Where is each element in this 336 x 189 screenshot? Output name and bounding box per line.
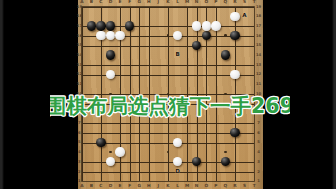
intersection-E4 <box>115 147 125 157</box>
black-stone-F17 <box>125 21 134 30</box>
white-stone-D3 <box>106 157 115 166</box>
intersection-D14 <box>106 50 116 60</box>
coordinate-number-16: 16 <box>256 34 261 38</box>
coordinate-letter-Q: Q <box>224 0 228 4</box>
coordinate-number-19: 19 <box>77 5 82 9</box>
coordinate-number-11: 11 <box>77 82 82 86</box>
go-board: ABD AABBCCDDEEFFGGHHJJKKLLMMNNOOPPQQRRSS… <box>78 0 263 189</box>
coordinate-letter-Q: Q <box>224 183 228 187</box>
intersection-E16 <box>115 31 125 41</box>
intersection-C5 <box>96 138 106 148</box>
coordinate-letter-E: E <box>119 0 122 4</box>
black-stone-C17 <box>96 21 105 30</box>
coordinate-letter-R: R <box>233 0 236 4</box>
intersection-R18 <box>230 11 240 21</box>
intersection-L14: B <box>173 50 183 60</box>
intersection-L16 <box>173 31 183 41</box>
coordinate-number-13: 13 <box>77 63 82 67</box>
white-stone-L3 <box>173 157 182 166</box>
coordinate-number-5: 5 <box>78 140 81 144</box>
coordinate-letter-S: S <box>243 183 246 187</box>
coordinate-number-10: 10 <box>77 92 82 96</box>
intersection-O16 <box>201 31 211 41</box>
coordinate-letter-D: D <box>109 183 113 187</box>
intersection-L3 <box>173 157 183 167</box>
intersection-L2: D <box>173 167 183 177</box>
coordinate-number-11: 11 <box>256 82 261 86</box>
intersection-R12 <box>230 70 240 80</box>
white-stone-E4 <box>115 147 124 156</box>
coordinate-letter-O: O <box>204 0 208 4</box>
coordinate-number-14: 14 <box>77 53 82 57</box>
coordinate-letter-P: P <box>214 183 217 187</box>
coordinate-number-1: 1 <box>257 179 260 183</box>
coordinate-letter-J: J <box>158 183 160 187</box>
coordinate-number-8: 8 <box>257 111 260 115</box>
intersection-D17 <box>106 21 116 31</box>
intersection-B17 <box>87 21 97 31</box>
coordinate-number-17: 17 <box>77 24 82 28</box>
coordinate-number-4: 4 <box>78 150 81 154</box>
coordinate-letter-B: B <box>90 183 93 187</box>
black-stone-D17 <box>106 21 115 30</box>
black-stone-Q14 <box>221 50 230 59</box>
white-stone-R12 <box>230 70 239 79</box>
video-frame: ABD AABBCCDDEEFFGGHHJJKKLLMMNNOOPPQQRRSS… <box>0 0 336 189</box>
intersection-N3 <box>192 157 202 167</box>
coordinate-letter-O: O <box>204 183 208 187</box>
white-stone-N17 <box>192 21 201 30</box>
intersection-Q14 <box>221 50 231 60</box>
intersection-O17 <box>201 21 211 31</box>
board-grid: ABD <box>77 2 259 186</box>
white-stone-L16 <box>173 31 182 40</box>
white-stone-D16 <box>106 31 115 40</box>
coordinate-number-8: 8 <box>78 111 81 115</box>
white-stone-O17 <box>202 21 211 30</box>
coordinate-number-2: 2 <box>78 170 81 174</box>
coordinate-number-10: 10 <box>256 92 261 96</box>
coordinate-number-2: 2 <box>257 170 260 174</box>
coordinate-letter-K: K <box>166 183 169 187</box>
coordinate-number-12: 12 <box>77 73 82 77</box>
black-stone-C5 <box>96 138 105 147</box>
white-stone-E16 <box>115 31 124 40</box>
move-label-B: B <box>175 52 179 58</box>
black-stone-O16 <box>202 31 211 40</box>
intersection-R16 <box>230 31 240 41</box>
intersection-Q3 <box>221 157 231 167</box>
intersection-N15 <box>192 40 202 50</box>
intersection-N17 <box>192 21 202 31</box>
coordinate-letter-A: A <box>80 183 83 187</box>
coordinate-number-19: 19 <box>256 5 261 9</box>
black-stone-B17 <box>87 21 96 30</box>
coordinate-letter-H: H <box>147 0 151 4</box>
coordinate-number-9: 9 <box>78 102 81 106</box>
coordinate-letter-G: G <box>137 0 141 4</box>
coordinate-number-18: 18 <box>256 14 261 18</box>
intersection-C17 <box>96 21 106 31</box>
intersection-D12 <box>106 70 116 80</box>
coordinate-number-13: 13 <box>256 63 261 67</box>
black-stone-Q3 <box>221 157 230 166</box>
intersection-P17 <box>211 21 221 31</box>
coordinate-number-14: 14 <box>256 53 261 57</box>
coordinate-letter-N: N <box>195 0 199 4</box>
coordinate-letter-F: F <box>128 0 131 4</box>
coordinate-number-5: 5 <box>257 140 260 144</box>
intersection-F17 <box>125 21 135 31</box>
coordinate-number-7: 7 <box>257 121 260 125</box>
coordinate-number-15: 15 <box>77 43 82 47</box>
coordinate-letter-H: H <box>147 183 151 187</box>
coordinate-number-4: 4 <box>257 150 260 154</box>
coordinate-letter-P: P <box>214 0 217 4</box>
coordinate-number-9: 9 <box>257 102 260 106</box>
coordinate-number-3: 3 <box>78 160 81 164</box>
coordinate-number-16: 16 <box>77 34 82 38</box>
intersection-R6 <box>230 128 240 138</box>
coordinate-letter-L: L <box>176 183 179 187</box>
coordinate-letter-F: F <box>128 183 131 187</box>
coordinate-letter-K: K <box>166 0 169 4</box>
coordinate-letter-D: D <box>109 0 113 4</box>
black-stone-N15 <box>192 41 201 50</box>
coordinate-letter-N: N <box>195 183 199 187</box>
coordinate-letter-M: M <box>185 183 189 187</box>
coordinate-number-1: 1 <box>78 179 81 183</box>
white-stone-L5 <box>173 138 182 147</box>
coordinate-letter-C: C <box>99 0 102 4</box>
coordinate-letter-T: T <box>253 183 256 187</box>
intersection-S18: A <box>240 11 250 21</box>
intersection-L5 <box>173 138 183 148</box>
white-stone-D12 <box>106 70 115 79</box>
coordinate-number-12: 12 <box>256 73 261 77</box>
black-stone-N3 <box>192 157 201 166</box>
coordinate-letter-S: S <box>243 0 246 4</box>
coordinate-number-6: 6 <box>257 131 260 135</box>
coordinate-letter-R: R <box>233 183 236 187</box>
coordinate-number-7: 7 <box>78 121 81 125</box>
move-label-A: A <box>242 13 246 19</box>
black-stone-R6 <box>230 128 239 137</box>
coordinate-letter-E: E <box>119 183 122 187</box>
intersection-D16 <box>106 31 116 41</box>
move-label-D: D <box>175 169 180 175</box>
intersection-D3 <box>106 157 116 167</box>
black-stone-R16 <box>230 31 239 40</box>
white-stone-R18 <box>230 12 239 21</box>
white-stone-P17 <box>211 21 220 30</box>
coordinate-letter-B: B <box>90 0 93 4</box>
letterbox-left <box>0 0 78 189</box>
coordinate-number-3: 3 <box>257 160 260 164</box>
coordinate-letter-M: M <box>185 0 189 4</box>
coordinate-number-15: 15 <box>256 43 261 47</box>
black-stone-D14 <box>106 50 115 59</box>
coordinate-letter-J: J <box>158 0 160 4</box>
coordinate-letter-G: G <box>137 183 141 187</box>
white-stone-C16 <box>96 31 105 40</box>
coordinate-number-18: 18 <box>77 14 82 18</box>
coordinate-letter-L: L <box>176 0 179 4</box>
coordinate-number-17: 17 <box>256 24 261 28</box>
coordinate-number-6: 6 <box>78 131 81 135</box>
letterbox-right <box>263 0 336 189</box>
intersection-C16 <box>96 31 106 41</box>
coordinate-letter-C: C <box>99 183 102 187</box>
